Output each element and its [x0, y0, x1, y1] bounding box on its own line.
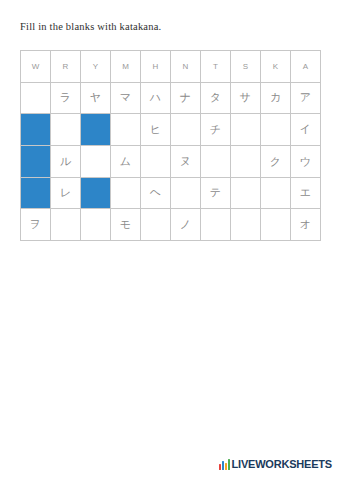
column-header-m: M [111, 51, 141, 83]
blank-cell-h-o[interactable] [141, 209, 171, 241]
worksheet-page: Fill in the blanks with katakana. WRYMHN… [0, 0, 340, 480]
column-header-n: N [171, 51, 201, 83]
blank-cell-w-a[interactable] [21, 83, 51, 115]
blank-cell-y-o[interactable] [81, 209, 111, 241]
column-header-a: A [291, 51, 321, 83]
kana-cell-h-e: ヘ [141, 178, 171, 210]
disabled-cell-w-e [21, 178, 51, 210]
disabled-cell-w-u [21, 146, 51, 178]
kana-cell-h-i: ヒ [141, 114, 171, 146]
worksheet-title: Fill in the blanks with katakana. [20, 21, 161, 32]
blank-cell-y-u[interactable] [81, 146, 111, 178]
liveworksheets-logo-text: LIVEWORKSHEETS [232, 458, 333, 470]
kana-cell-m-o: モ [111, 209, 141, 241]
blank-cell-s-u[interactable] [231, 146, 261, 178]
blank-cell-k-o[interactable] [261, 209, 291, 241]
kana-cell-h-a: ハ [141, 83, 171, 115]
kana-cell-t-i: チ [201, 114, 231, 146]
column-header-y: Y [81, 51, 111, 83]
katakana-grid: WRYMHNTSKAラヤマハナタサカアヒチイルムヌクウレヘテエヲモノオ [20, 50, 321, 241]
kana-cell-s-a: サ [231, 83, 261, 115]
kana-cell-y-a: ヤ [81, 83, 111, 115]
column-header-s: S [231, 51, 261, 83]
blank-cell-k-i[interactable] [261, 114, 291, 146]
blank-cell-n-i[interactable] [171, 114, 201, 146]
kana-cell-n-o: ノ [171, 209, 201, 241]
blank-cell-m-e[interactable] [111, 178, 141, 210]
kana-cell-m-a: マ [111, 83, 141, 115]
kana-cell-a-e: エ [291, 178, 321, 210]
kana-cell-m-u: ム [111, 146, 141, 178]
kana-cell-w-o: ヲ [21, 209, 51, 241]
blank-cell-h-u[interactable] [141, 146, 171, 178]
blank-cell-k-e[interactable] [261, 178, 291, 210]
kana-cell-r-u: ル [51, 146, 81, 178]
column-header-r: R [51, 51, 81, 83]
disabled-cell-y-i [81, 114, 111, 146]
column-header-w: W [21, 51, 51, 83]
kana-cell-k-u: ク [261, 146, 291, 178]
kana-cell-a-u: ウ [291, 146, 321, 178]
column-header-k: K [261, 51, 291, 83]
kana-cell-t-e: テ [201, 178, 231, 210]
blank-cell-n-e[interactable] [171, 178, 201, 210]
kana-cell-a-o: オ [291, 209, 321, 241]
blank-cell-s-e[interactable] [231, 178, 261, 210]
liveworksheets-bars-icon [219, 459, 230, 470]
blank-cell-s-i[interactable] [231, 114, 261, 146]
blank-cell-t-o[interactable] [201, 209, 231, 241]
kana-cell-t-a: タ [201, 83, 231, 115]
blank-cell-m-i[interactable] [111, 114, 141, 146]
kana-cell-r-a: ラ [51, 83, 81, 115]
kana-cell-a-i: イ [291, 114, 321, 146]
kana-cell-a-a: ア [291, 83, 321, 115]
disabled-cell-y-e [81, 178, 111, 210]
column-header-h: H [141, 51, 171, 83]
kana-cell-k-a: カ [261, 83, 291, 115]
blank-cell-r-o[interactable] [51, 209, 81, 241]
blank-cell-r-i[interactable] [51, 114, 81, 146]
blank-cell-t-u[interactable] [201, 146, 231, 178]
kana-cell-n-u: ヌ [171, 146, 201, 178]
liveworksheets-logo[interactable]: LIVEWORKSHEETS [219, 458, 333, 470]
column-header-t: T [201, 51, 231, 83]
kana-cell-r-e: レ [51, 178, 81, 210]
blank-cell-s-o[interactable] [231, 209, 261, 241]
disabled-cell-w-i [21, 114, 51, 146]
kana-cell-n-a: ナ [171, 83, 201, 115]
